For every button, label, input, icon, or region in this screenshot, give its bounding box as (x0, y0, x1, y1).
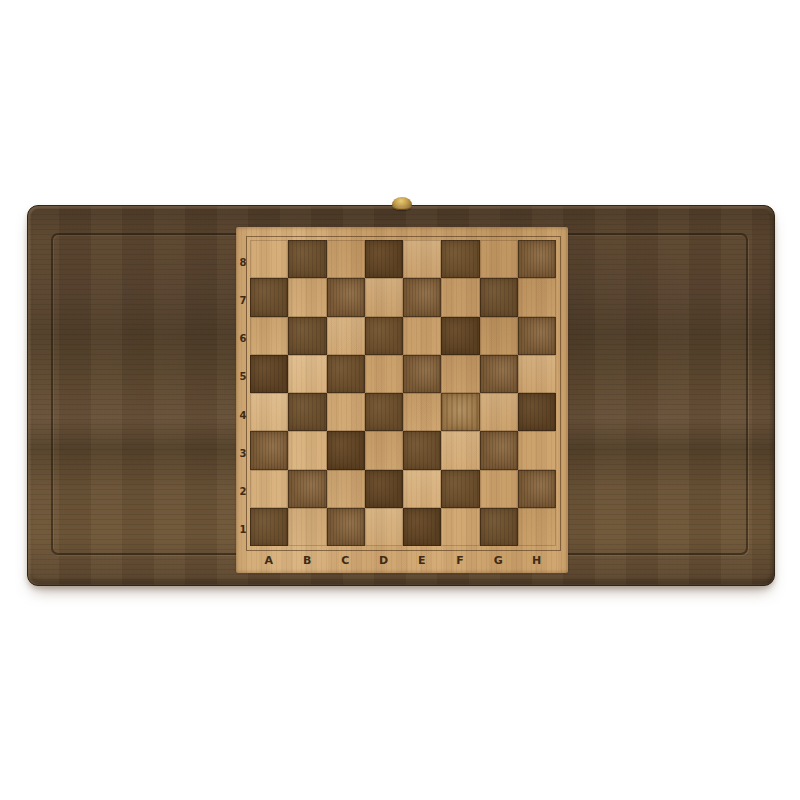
square-a3[interactable] (250, 431, 288, 469)
file-label-a: A (250, 553, 288, 568)
rank-label-7: 7 (237, 281, 249, 319)
rank-label-1: 1 (237, 511, 249, 549)
square-b5[interactable] (288, 355, 326, 393)
square-f2[interactable] (441, 470, 479, 508)
square-d3[interactable] (365, 431, 403, 469)
square-a2[interactable] (250, 470, 288, 508)
square-b1[interactable] (288, 508, 326, 546)
square-g6[interactable] (480, 317, 518, 355)
square-h5[interactable] (518, 355, 556, 393)
square-b2[interactable] (288, 470, 326, 508)
chess-board (250, 240, 556, 546)
square-c7[interactable] (327, 278, 365, 316)
file-label-h: H (518, 553, 556, 568)
brass-clasp (392, 197, 412, 210)
square-e3[interactable] (403, 431, 441, 469)
wooden-game-box-lid: 87654321 ABCDEFGH (27, 205, 775, 586)
square-c3[interactable] (327, 431, 365, 469)
square-f7[interactable] (441, 278, 479, 316)
square-d1[interactable] (365, 508, 403, 546)
square-a7[interactable] (250, 278, 288, 316)
square-a4[interactable] (250, 393, 288, 431)
file-label-b: B (288, 553, 326, 568)
square-b6[interactable] (288, 317, 326, 355)
square-c5[interactable] (327, 355, 365, 393)
rank-label-3: 3 (237, 434, 249, 472)
square-f3[interactable] (441, 431, 479, 469)
square-e8[interactable] (403, 240, 441, 278)
square-h6[interactable] (518, 317, 556, 355)
square-c1[interactable] (327, 508, 365, 546)
square-e7[interactable] (403, 278, 441, 316)
square-e4[interactable] (403, 393, 441, 431)
square-b7[interactable] (288, 278, 326, 316)
square-d7[interactable] (365, 278, 403, 316)
square-g8[interactable] (480, 240, 518, 278)
file-label-e: E (403, 553, 441, 568)
square-f5[interactable] (441, 355, 479, 393)
file-label-d: D (365, 553, 403, 568)
square-h3[interactable] (518, 431, 556, 469)
square-d4[interactable] (365, 393, 403, 431)
rank-label-4: 4 (237, 396, 249, 434)
square-g5[interactable] (480, 355, 518, 393)
file-label-g: G (480, 553, 518, 568)
square-b8[interactable] (288, 240, 326, 278)
square-e6[interactable] (403, 317, 441, 355)
rank-label-5: 5 (237, 358, 249, 396)
square-a6[interactable] (250, 317, 288, 355)
product-photo: 87654321 ABCDEFGH (0, 0, 800, 800)
file-label-f: F (441, 553, 479, 568)
file-labels: ABCDEFGH (250, 553, 556, 568)
square-a8[interactable] (250, 240, 288, 278)
square-f8[interactable] (441, 240, 479, 278)
square-g1[interactable] (480, 508, 518, 546)
square-g7[interactable] (480, 278, 518, 316)
square-f6[interactable] (441, 317, 479, 355)
square-e5[interactable] (403, 355, 441, 393)
square-c4[interactable] (327, 393, 365, 431)
square-e1[interactable] (403, 508, 441, 546)
square-c6[interactable] (327, 317, 365, 355)
square-c2[interactable] (327, 470, 365, 508)
square-c8[interactable] (327, 240, 365, 278)
square-e2[interactable] (403, 470, 441, 508)
square-h7[interactable] (518, 278, 556, 316)
square-b4[interactable] (288, 393, 326, 431)
square-d2[interactable] (365, 470, 403, 508)
rank-label-6: 6 (237, 320, 249, 358)
square-h1[interactable] (518, 508, 556, 546)
square-d5[interactable] (365, 355, 403, 393)
rank-label-2: 2 (237, 473, 249, 511)
square-g3[interactable] (480, 431, 518, 469)
square-b3[interactable] (288, 431, 326, 469)
square-h2[interactable] (518, 470, 556, 508)
chessboard-panel: 87654321 ABCDEFGH (236, 227, 568, 573)
square-h8[interactable] (518, 240, 556, 278)
square-g4[interactable] (480, 393, 518, 431)
square-f4[interactable] (441, 393, 479, 431)
square-f1[interactable] (441, 508, 479, 546)
rank-labels: 87654321 (237, 240, 249, 546)
square-d8[interactable] (365, 240, 403, 278)
rank-label-8: 8 (237, 243, 249, 281)
square-g2[interactable] (480, 470, 518, 508)
square-a1[interactable] (250, 508, 288, 546)
square-h4[interactable] (518, 393, 556, 431)
square-d6[interactable] (365, 317, 403, 355)
square-a5[interactable] (250, 355, 288, 393)
file-label-c: C (327, 553, 365, 568)
